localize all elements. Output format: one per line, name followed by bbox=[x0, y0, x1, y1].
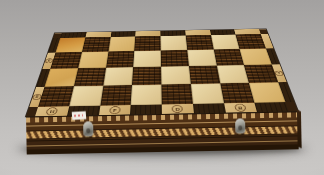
square-r3c8 bbox=[244, 65, 278, 83]
square-r3c1 bbox=[45, 68, 78, 87]
price-sticker bbox=[72, 111, 87, 120]
square-r1c4 bbox=[134, 36, 160, 51]
square-r4c2 bbox=[69, 86, 103, 107]
right-clasp-icon bbox=[234, 118, 246, 135]
square-r1c1 bbox=[56, 37, 86, 52]
file-label-B: B bbox=[234, 104, 247, 112]
front-bottom-edge bbox=[27, 144, 299, 154]
left-clasp-hook bbox=[83, 121, 93, 136]
board-grid bbox=[38, 34, 286, 107]
square-r2c3 bbox=[106, 51, 135, 68]
square-r3c4 bbox=[132, 67, 161, 85]
file-label-D: D bbox=[172, 105, 183, 113]
square-r2c8 bbox=[240, 49, 272, 66]
box-right-edge bbox=[297, 109, 302, 148]
square-r1c6 bbox=[186, 35, 214, 50]
square-r2c6 bbox=[187, 50, 216, 67]
square-r2c1 bbox=[50, 52, 82, 69]
photo-scene: HFDB 68 7 bbox=[0, 0, 324, 175]
square-r3c5 bbox=[161, 66, 191, 84]
square-r3c6 bbox=[189, 66, 220, 84]
square-r3c2 bbox=[74, 68, 106, 87]
square-r1c3 bbox=[108, 36, 135, 51]
board-top-face: HFDB 68 7 bbox=[26, 29, 298, 117]
square-r1c8 bbox=[236, 34, 266, 49]
square-r1c2 bbox=[82, 37, 111, 52]
square-r2c4 bbox=[133, 51, 161, 68]
square-r2c2 bbox=[78, 52, 108, 69]
left-clasp-icon bbox=[82, 121, 94, 138]
square-r2c5 bbox=[161, 50, 189, 67]
file-label-H: H bbox=[46, 107, 59, 115]
square-r4c4 bbox=[131, 85, 162, 106]
file-label-F: F bbox=[109, 106, 121, 114]
square-r4c3 bbox=[100, 85, 132, 106]
square-r4c6 bbox=[191, 83, 224, 104]
square-r4c5 bbox=[161, 84, 192, 105]
right-clasp-hook bbox=[235, 118, 245, 133]
chess-box: HFDB 68 7 bbox=[0, 0, 324, 175]
box-front-face bbox=[26, 111, 299, 154]
square-r1c5 bbox=[160, 35, 187, 50]
square-r3c3 bbox=[103, 67, 133, 85]
